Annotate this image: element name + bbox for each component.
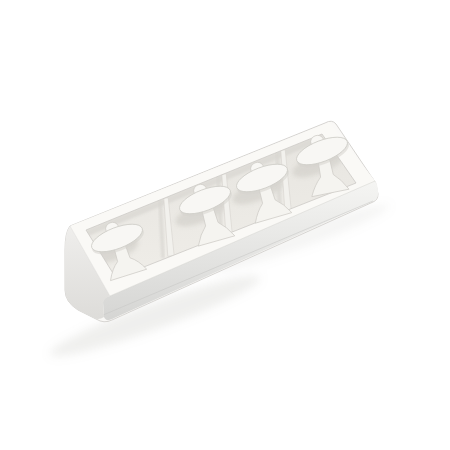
product-photo <box>0 0 450 450</box>
product-photo-canvas <box>0 0 450 450</box>
tray-illustration <box>0 0 450 450</box>
